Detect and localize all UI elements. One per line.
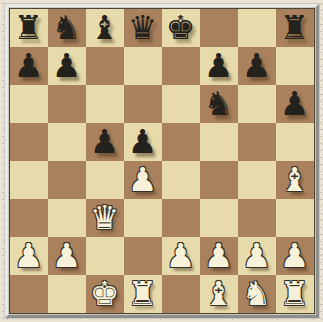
square-b5[interactable]	[48, 123, 86, 161]
square-a4[interactable]	[10, 161, 48, 199]
piece-white-pawn[interactable]: ♟	[280, 237, 310, 275]
square-f6[interactable]: ♞	[200, 85, 238, 123]
square-e5[interactable]	[162, 123, 200, 161]
square-b1[interactable]	[48, 275, 86, 313]
piece-black-pawn[interactable]: ♟	[52, 47, 82, 85]
piece-white-rook[interactable]: ♜	[128, 275, 158, 313]
square-c1[interactable]: ♚	[86, 275, 124, 313]
square-d6[interactable]	[124, 85, 162, 123]
piece-black-rook[interactable]: ♜	[14, 9, 44, 47]
piece-black-rook[interactable]: ♜	[280, 9, 310, 47]
square-f1[interactable]: ♝	[200, 275, 238, 313]
piece-black-knight[interactable]: ♞	[204, 85, 234, 123]
piece-white-pawn[interactable]: ♟	[242, 237, 272, 275]
square-e1[interactable]	[162, 275, 200, 313]
square-h2[interactable]: ♟	[276, 237, 314, 275]
square-b4[interactable]	[48, 161, 86, 199]
square-f7[interactable]: ♟	[200, 47, 238, 85]
square-c2[interactable]	[86, 237, 124, 275]
piece-black-pawn[interactable]: ♟	[204, 47, 234, 85]
piece-black-pawn[interactable]: ♟	[128, 123, 158, 161]
piece-white-pawn[interactable]: ♟	[14, 237, 44, 275]
square-a5[interactable]	[10, 123, 48, 161]
square-b8[interactable]: ♞	[48, 9, 86, 47]
square-h8[interactable]: ♜	[276, 9, 314, 47]
square-f4[interactable]	[200, 161, 238, 199]
square-d2[interactable]	[124, 237, 162, 275]
piece-white-pawn[interactable]: ♟	[204, 237, 234, 275]
piece-white-bishop[interactable]: ♝	[204, 275, 234, 313]
square-e7[interactable]	[162, 47, 200, 85]
square-a2[interactable]: ♟	[10, 237, 48, 275]
square-d1[interactable]: ♜	[124, 275, 162, 313]
square-d4[interactable]: ♟	[124, 161, 162, 199]
square-d5[interactable]: ♟	[124, 123, 162, 161]
square-g3[interactable]	[238, 199, 276, 237]
square-d3[interactable]	[124, 199, 162, 237]
piece-black-pawn[interactable]: ♟	[90, 123, 120, 161]
square-c4[interactable]	[86, 161, 124, 199]
square-f3[interactable]	[200, 199, 238, 237]
piece-white-queen[interactable]: ♛	[90, 199, 120, 237]
piece-black-bishop[interactable]: ♝	[90, 9, 120, 47]
board-frame: ♜♞♝♛♚♜♟♟♟♟♞♟♟♟♟♝♛♟♟♟♟♟♟♚♜♝♞♜	[5, 4, 319, 318]
square-b7[interactable]: ♟	[48, 47, 86, 85]
square-c3[interactable]: ♛	[86, 199, 124, 237]
square-c5[interactable]: ♟	[86, 123, 124, 161]
square-h6[interactable]: ♟	[276, 85, 314, 123]
piece-white-king[interactable]: ♚	[90, 275, 120, 313]
square-h5[interactable]	[276, 123, 314, 161]
piece-black-pawn[interactable]: ♟	[242, 47, 272, 85]
square-c6[interactable]	[86, 85, 124, 123]
square-a8[interactable]: ♜	[10, 9, 48, 47]
piece-white-pawn[interactable]: ♟	[52, 237, 82, 275]
piece-white-pawn[interactable]: ♟	[128, 161, 158, 199]
square-e6[interactable]	[162, 85, 200, 123]
square-d7[interactable]	[124, 47, 162, 85]
square-e3[interactable]	[162, 199, 200, 237]
square-g6[interactable]	[238, 85, 276, 123]
chessboard-window: ♜♞♝♛♚♜♟♟♟♟♞♟♟♟♟♝♛♟♟♟♟♟♟♚♜♝♞♜	[0, 0, 323, 322]
square-h4[interactable]: ♝	[276, 161, 314, 199]
square-c7[interactable]	[86, 47, 124, 85]
square-b3[interactable]	[48, 199, 86, 237]
square-h1[interactable]: ♜	[276, 275, 314, 313]
square-a3[interactable]	[10, 199, 48, 237]
square-f5[interactable]	[200, 123, 238, 161]
piece-black-king[interactable]: ♚	[166, 9, 196, 47]
piece-black-pawn[interactable]: ♟	[280, 85, 310, 123]
square-e2[interactable]: ♟	[162, 237, 200, 275]
square-g5[interactable]	[238, 123, 276, 161]
square-d8[interactable]: ♛	[124, 9, 162, 47]
chess-board: ♜♞♝♛♚♜♟♟♟♟♞♟♟♟♟♝♛♟♟♟♟♟♟♚♜♝♞♜	[10, 9, 314, 313]
square-b2[interactable]: ♟	[48, 237, 86, 275]
square-g2[interactable]: ♟	[238, 237, 276, 275]
square-f8[interactable]	[200, 9, 238, 47]
square-e8[interactable]: ♚	[162, 9, 200, 47]
piece-black-knight[interactable]: ♞	[52, 9, 82, 47]
square-g8[interactable]	[238, 9, 276, 47]
square-a6[interactable]	[10, 85, 48, 123]
piece-white-knight[interactable]: ♞	[242, 275, 272, 313]
piece-black-queen[interactable]: ♛	[128, 9, 158, 47]
square-h7[interactable]	[276, 47, 314, 85]
square-g7[interactable]: ♟	[238, 47, 276, 85]
piece-black-pawn[interactable]: ♟	[14, 47, 44, 85]
square-a7[interactable]: ♟	[10, 47, 48, 85]
piece-white-pawn[interactable]: ♟	[166, 237, 196, 275]
square-g4[interactable]	[238, 161, 276, 199]
square-g1[interactable]: ♞	[238, 275, 276, 313]
board-edge: ♜♞♝♛♚♜♟♟♟♟♞♟♟♟♟♝♛♟♟♟♟♟♟♚♜♝♞♜	[9, 8, 315, 314]
square-e4[interactable]	[162, 161, 200, 199]
piece-white-bishop[interactable]: ♝	[280, 161, 310, 199]
square-a1[interactable]	[10, 275, 48, 313]
square-c8[interactable]: ♝	[86, 9, 124, 47]
piece-white-rook[interactable]: ♜	[280, 275, 310, 313]
square-h3[interactable]	[276, 199, 314, 237]
square-f2[interactable]: ♟	[200, 237, 238, 275]
square-b6[interactable]	[48, 85, 86, 123]
